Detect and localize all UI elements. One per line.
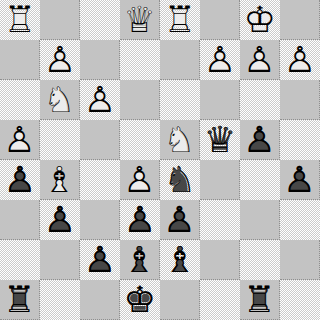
piece-white-pawn[interactable]: ♟♙ — [120, 160, 159, 199]
square-h6[interactable] — [0, 200, 40, 240]
square-e5[interactable]: ♟♙ — [120, 160, 160, 200]
square-b2[interactable]: ♟♙ — [240, 40, 280, 80]
piece-outline-glyph: ♙ — [280, 40, 320, 80]
square-d4[interactable]: ♞♘ — [160, 120, 200, 160]
square-a5[interactable]: ♟♙ — [280, 160, 320, 200]
square-e7[interactable]: ♝♗ — [120, 240, 160, 280]
piece-white-pawn[interactable]: ♟♙ — [80, 80, 120, 120]
square-a7[interactable] — [280, 240, 320, 280]
piece-outline-glyph: ♘ — [160, 120, 199, 159]
square-d5[interactable]: ♞♘ — [160, 160, 200, 200]
square-f1[interactable] — [80, 0, 120, 40]
square-e1[interactable]: ♛♕ — [120, 0, 160, 40]
piece-outline-glyph: ♖ — [240, 280, 279, 319]
square-f8[interactable] — [80, 280, 120, 320]
piece-white-knight[interactable]: ♞♘ — [160, 120, 199, 159]
square-a4[interactable] — [280, 120, 320, 160]
square-h4[interactable]: ♟♙ — [0, 120, 40, 160]
piece-outline-glyph: ♔ — [120, 280, 160, 320]
piece-black-pawn[interactable]: ♟♙ — [120, 200, 160, 240]
piece-white-queen[interactable]: ♛♕ — [120, 0, 159, 39]
piece-outline-glyph: ♙ — [0, 160, 40, 200]
piece-outline-glyph: ♗ — [120, 240, 159, 279]
piece-black-pawn[interactable]: ♟♙ — [40, 200, 80, 240]
square-c8[interactable] — [200, 280, 240, 320]
piece-white-pawn[interactable]: ♟♙ — [40, 40, 80, 80]
piece-outline-glyph: ♕ — [120, 0, 159, 39]
piece-outline-glyph: ♙ — [120, 160, 159, 199]
square-a8[interactable] — [280, 280, 320, 320]
square-c7[interactable] — [200, 240, 240, 280]
square-d1[interactable]: ♜♖ — [160, 0, 200, 40]
square-g3[interactable]: ♞♘ — [40, 80, 80, 120]
square-g1[interactable] — [40, 0, 80, 40]
square-c4[interactable]: ♛♕ — [200, 120, 240, 160]
square-h3[interactable] — [0, 80, 40, 120]
piece-outline-glyph: ♕ — [200, 120, 240, 160]
piece-outline-glyph: ♙ — [280, 160, 319, 199]
square-a1[interactable] — [280, 0, 320, 40]
piece-white-knight[interactable]: ♞♘ — [40, 80, 79, 119]
square-h1[interactable]: ♜♖ — [0, 0, 40, 40]
piece-white-rook[interactable]: ♜♖ — [160, 0, 200, 40]
piece-white-pawn[interactable]: ♟♙ — [240, 40, 279, 79]
piece-outline-glyph: ♙ — [80, 240, 120, 280]
square-f4[interactable] — [80, 120, 120, 160]
piece-outline-glyph: ♙ — [40, 200, 80, 240]
piece-outline-glyph: ♖ — [0, 280, 39, 319]
square-c1[interactable] — [200, 0, 240, 40]
piece-outline-glyph: ♘ — [160, 160, 200, 200]
piece-white-bishop[interactable]: ♝♗ — [40, 160, 79, 199]
square-a6[interactable] — [280, 200, 320, 240]
square-d3[interactable] — [160, 80, 200, 120]
square-h8[interactable]: ♜♖ — [0, 280, 40, 320]
square-f7[interactable]: ♟♙ — [80, 240, 120, 280]
piece-white-rook[interactable]: ♜♖ — [0, 0, 40, 40]
square-d8[interactable] — [160, 280, 200, 320]
square-c6[interactable] — [200, 200, 240, 240]
square-b4[interactable]: ♟♙ — [240, 120, 280, 160]
piece-outline-glyph: ♙ — [120, 200, 160, 240]
piece-black-knight[interactable]: ♞♘ — [160, 160, 200, 200]
square-d7[interactable]: ♝♗ — [160, 240, 200, 280]
square-c2[interactable]: ♟♙ — [200, 40, 240, 80]
square-g5[interactable]: ♝♗ — [40, 160, 80, 200]
square-g7[interactable] — [40, 240, 80, 280]
piece-outline-glyph: ♔ — [240, 0, 280, 40]
piece-black-queen[interactable]: ♛♕ — [200, 120, 240, 160]
square-a3[interactable] — [280, 80, 320, 120]
square-b8[interactable]: ♜♖ — [240, 280, 280, 320]
piece-black-bishop[interactable]: ♝♗ — [120, 240, 159, 279]
square-a2[interactable]: ♟♙ — [280, 40, 320, 80]
square-e6[interactable]: ♟♙ — [120, 200, 160, 240]
piece-black-rook[interactable]: ♜♖ — [0, 280, 39, 319]
piece-black-pawn[interactable]: ♟♙ — [280, 160, 319, 199]
piece-black-pawn[interactable]: ♟♙ — [0, 160, 40, 200]
square-e8[interactable]: ♚♔ — [120, 280, 160, 320]
square-g2[interactable]: ♟♙ — [40, 40, 80, 80]
piece-white-king[interactable]: ♚♔ — [240, 0, 280, 40]
square-b7[interactable] — [240, 240, 280, 280]
square-f2[interactable] — [80, 40, 120, 80]
square-f5[interactable] — [80, 160, 120, 200]
square-c3[interactable] — [200, 80, 240, 120]
square-h5[interactable]: ♟♙ — [0, 160, 40, 200]
square-f3[interactable]: ♟♙ — [80, 80, 120, 120]
piece-outline-glyph: ♙ — [240, 40, 279, 79]
square-e2[interactable] — [120, 40, 160, 80]
piece-black-king[interactable]: ♚♔ — [120, 280, 160, 320]
square-c5[interactable] — [200, 160, 240, 200]
piece-black-pawn[interactable]: ♟♙ — [80, 240, 120, 280]
piece-outline-glyph: ♗ — [40, 160, 79, 199]
square-b1[interactable]: ♚♔ — [240, 0, 280, 40]
square-e4[interactable] — [120, 120, 160, 160]
square-g4[interactable] — [40, 120, 80, 160]
piece-white-pawn[interactable]: ♟♙ — [0, 120, 39, 159]
piece-outline-glyph: ♗ — [160, 240, 200, 280]
piece-white-pawn[interactable]: ♟♙ — [200, 40, 240, 80]
piece-outline-glyph: ♙ — [80, 80, 120, 120]
square-b3[interactable] — [240, 80, 280, 120]
square-e3[interactable] — [120, 80, 160, 120]
square-b5[interactable] — [240, 160, 280, 200]
square-h7[interactable] — [0, 240, 40, 280]
square-d2[interactable] — [160, 40, 200, 80]
piece-black-bishop[interactable]: ♝♗ — [160, 240, 200, 280]
piece-outline-glyph: ♙ — [160, 200, 199, 239]
piece-outline-glyph: ♙ — [240, 120, 279, 159]
piece-outline-glyph: ♙ — [200, 40, 240, 80]
piece-black-pawn[interactable]: ♟♙ — [240, 120, 279, 159]
square-g8[interactable] — [40, 280, 80, 320]
piece-black-pawn[interactable]: ♟♙ — [160, 200, 199, 239]
piece-white-pawn[interactable]: ♟♙ — [280, 40, 320, 80]
square-g6[interactable]: ♟♙ — [40, 200, 80, 240]
piece-outline-glyph: ♙ — [0, 120, 39, 159]
chess-board: ♜♖♛♕♜♖♚♔♟♙♟♙♟♙♟♙♞♘♟♙♟♙♞♘♛♕♟♙♟♙♝♗♟♙♞♘♟♙♟♙… — [0, 0, 320, 320]
square-f6[interactable] — [80, 200, 120, 240]
square-d6[interactable]: ♟♙ — [160, 200, 200, 240]
piece-outline-glyph: ♘ — [40, 80, 79, 119]
piece-outline-glyph: ♖ — [0, 0, 40, 40]
square-h2[interactable] — [0, 40, 40, 80]
piece-outline-glyph: ♙ — [40, 40, 80, 80]
piece-outline-glyph: ♖ — [160, 0, 200, 40]
square-b6[interactable] — [240, 200, 280, 240]
piece-black-rook[interactable]: ♜♖ — [240, 280, 279, 319]
